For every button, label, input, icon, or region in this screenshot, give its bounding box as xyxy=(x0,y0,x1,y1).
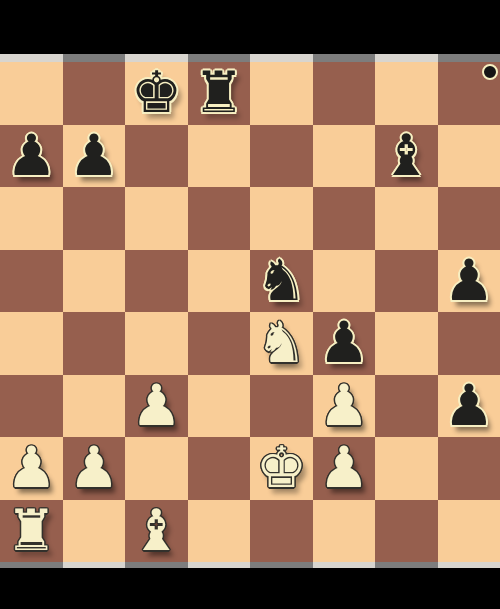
square-a3[interactable] xyxy=(0,375,63,438)
square-b3[interactable] xyxy=(63,375,126,438)
square-d6[interactable] xyxy=(188,187,251,250)
board-top-edge-seg-f xyxy=(313,54,376,62)
square-g2[interactable] xyxy=(375,437,438,500)
board-top-edge-seg-b xyxy=(63,54,126,62)
board-top-edge-seg-e xyxy=(250,54,313,62)
piece-white-king-e2[interactable]: ♚ xyxy=(250,437,313,500)
square-d1[interactable] xyxy=(188,500,251,563)
square-b4[interactable] xyxy=(63,312,126,375)
square-a5[interactable] xyxy=(0,250,63,313)
board-bottom-edge-seg-g xyxy=(375,562,438,568)
square-c3[interactable]: ♟ xyxy=(125,375,188,438)
square-g8[interactable] xyxy=(375,62,438,125)
square-h3[interactable]: ♟ xyxy=(438,375,500,438)
square-g3[interactable] xyxy=(375,375,438,438)
square-d3[interactable] xyxy=(188,375,251,438)
square-b6[interactable] xyxy=(63,187,126,250)
square-c1[interactable]: ♝ xyxy=(125,500,188,563)
piece-black-bishop-g7[interactable]: ♝ xyxy=(375,125,438,188)
square-a4[interactable] xyxy=(0,312,63,375)
square-c8[interactable]: ♚ xyxy=(125,62,188,125)
square-a8[interactable] xyxy=(0,62,63,125)
app-background: ♚♜♟♟♝♞♟♞♟♟♟♟♟♟♚♟♜♝ xyxy=(0,0,500,609)
square-h7[interactable] xyxy=(438,125,500,188)
board-top-edge-seg-h xyxy=(438,54,500,62)
piece-black-pawn-h3[interactable]: ♟ xyxy=(438,375,500,438)
square-d7[interactable] xyxy=(188,125,251,188)
square-c4[interactable] xyxy=(125,312,188,375)
square-h2[interactable] xyxy=(438,437,500,500)
square-d4[interactable] xyxy=(188,312,251,375)
square-d2[interactable] xyxy=(188,437,251,500)
piece-black-pawn-b7[interactable]: ♟ xyxy=(63,125,126,188)
square-e2[interactable]: ♚ xyxy=(250,437,313,500)
board-bottom-edge-seg-b xyxy=(63,562,126,568)
square-d8[interactable]: ♜ xyxy=(188,62,251,125)
piece-white-knight-e4[interactable]: ♞ xyxy=(250,312,313,375)
piece-black-king-c8[interactable]: ♚ xyxy=(125,62,188,125)
piece-black-pawn-f4[interactable]: ♟ xyxy=(313,312,376,375)
square-e6[interactable] xyxy=(250,187,313,250)
board-top-edge-seg-g xyxy=(375,54,438,62)
piece-black-pawn-h5[interactable]: ♟ xyxy=(438,250,500,313)
square-h5[interactable]: ♟ xyxy=(438,250,500,313)
piece-white-pawn-c3[interactable]: ♟ xyxy=(125,375,188,438)
piece-black-pawn-a7[interactable]: ♟ xyxy=(0,125,63,188)
square-f7[interactable] xyxy=(313,125,376,188)
square-c7[interactable] xyxy=(125,125,188,188)
square-a6[interactable] xyxy=(0,187,63,250)
square-a1[interactable]: ♜ xyxy=(0,500,63,563)
square-f5[interactable] xyxy=(313,250,376,313)
square-h1[interactable] xyxy=(438,500,500,563)
square-f4[interactable]: ♟ xyxy=(313,312,376,375)
square-h4[interactable] xyxy=(438,312,500,375)
square-g6[interactable] xyxy=(375,187,438,250)
square-f3[interactable]: ♟ xyxy=(313,375,376,438)
square-f6[interactable] xyxy=(313,187,376,250)
square-f2[interactable]: ♟ xyxy=(313,437,376,500)
square-c2[interactable] xyxy=(125,437,188,500)
piece-white-pawn-a2[interactable]: ♟ xyxy=(0,437,63,500)
piece-white-pawn-f3[interactable]: ♟ xyxy=(313,375,376,438)
square-h6[interactable] xyxy=(438,187,500,250)
board-top-edge-seg-a xyxy=(0,54,63,62)
square-c5[interactable] xyxy=(125,250,188,313)
board-bottom-edge-seg-f xyxy=(313,562,376,568)
side-to-move-indicator xyxy=(482,64,498,80)
square-f8[interactable] xyxy=(313,62,376,125)
square-f1[interactable] xyxy=(313,500,376,563)
board-bottom-edge xyxy=(0,562,500,568)
piece-white-rook-a1[interactable]: ♜ xyxy=(0,500,63,563)
square-e3[interactable] xyxy=(250,375,313,438)
piece-black-rook-d8[interactable]: ♜ xyxy=(188,62,251,125)
square-e1[interactable] xyxy=(250,500,313,563)
square-b5[interactable] xyxy=(63,250,126,313)
square-b8[interactable] xyxy=(63,62,126,125)
square-g1[interactable] xyxy=(375,500,438,563)
board-bottom-edge-seg-e xyxy=(250,562,313,568)
square-b1[interactable] xyxy=(63,500,126,563)
chess-board: ♚♜♟♟♝♞♟♞♟♟♟♟♟♟♚♟♜♝ xyxy=(0,62,500,562)
square-g5[interactable] xyxy=(375,250,438,313)
square-b7[interactable]: ♟ xyxy=(63,125,126,188)
square-e8[interactable] xyxy=(250,62,313,125)
square-d5[interactable] xyxy=(188,250,251,313)
piece-white-pawn-b2[interactable]: ♟ xyxy=(63,437,126,500)
square-a7[interactable]: ♟ xyxy=(0,125,63,188)
square-a2[interactable]: ♟ xyxy=(0,437,63,500)
square-g7[interactable]: ♝ xyxy=(375,125,438,188)
board-top-edge xyxy=(0,54,500,62)
board-bottom-edge-seg-h xyxy=(438,562,500,568)
piece-black-knight-e5[interactable]: ♞ xyxy=(250,250,313,313)
piece-white-bishop-c1[interactable]: ♝ xyxy=(125,500,188,563)
square-e7[interactable] xyxy=(250,125,313,188)
square-e5[interactable]: ♞ xyxy=(250,250,313,313)
square-e4[interactable]: ♞ xyxy=(250,312,313,375)
square-g4[interactable] xyxy=(375,312,438,375)
square-b2[interactable]: ♟ xyxy=(63,437,126,500)
piece-white-pawn-f2[interactable]: ♟ xyxy=(313,437,376,500)
square-c6[interactable] xyxy=(125,187,188,250)
board-bottom-edge-seg-d xyxy=(188,562,251,568)
